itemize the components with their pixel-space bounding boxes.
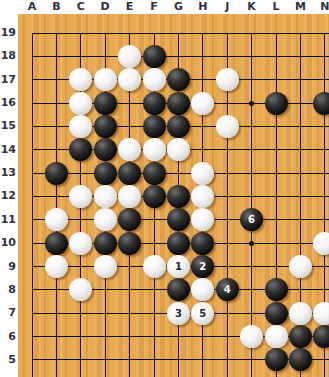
black-stone-H10[interactable] bbox=[191, 232, 214, 255]
black-stone-G10[interactable] bbox=[167, 232, 190, 255]
row-label-13: 13 bbox=[0, 166, 16, 180]
black-stone-E10[interactable] bbox=[118, 232, 141, 255]
white-stone-C16[interactable] bbox=[69, 92, 92, 115]
white-stone-F9[interactable] bbox=[143, 255, 166, 278]
col-label-D: D bbox=[93, 0, 117, 14]
black-stone-B13[interactable] bbox=[45, 162, 68, 185]
white-stone-J15[interactable] bbox=[216, 115, 239, 138]
grid-line-col-A bbox=[32, 33, 33, 377]
white-stone-B9[interactable] bbox=[45, 255, 68, 278]
white-stone-L6[interactable] bbox=[265, 325, 288, 348]
col-label-B: B bbox=[44, 0, 68, 14]
black-stone-J8[interactable]: 4 bbox=[216, 278, 239, 301]
white-stone-K6[interactable] bbox=[240, 325, 263, 348]
black-stone-M6[interactable] bbox=[289, 325, 312, 348]
black-stone-D13[interactable] bbox=[94, 162, 117, 185]
go-board[interactable]: ABCDEFGHJKLMN1918171615141312111098765 6… bbox=[0, 0, 329, 377]
white-stone-G7[interactable]: 3 bbox=[167, 302, 190, 325]
white-stone-G14[interactable] bbox=[167, 138, 190, 161]
black-stone-D14[interactable] bbox=[94, 138, 117, 161]
row-label-8: 8 bbox=[0, 283, 16, 297]
black-stone-G12[interactable] bbox=[167, 185, 190, 208]
row-label-14: 14 bbox=[0, 143, 16, 157]
row-label-9: 9 bbox=[0, 260, 16, 274]
black-stone-L5[interactable] bbox=[265, 348, 288, 371]
col-label-H: H bbox=[191, 0, 215, 14]
black-stone-F18[interactable] bbox=[143, 45, 166, 68]
black-stone-L7[interactable] bbox=[265, 302, 288, 325]
black-stone-G16[interactable] bbox=[167, 92, 190, 115]
white-stone-J17[interactable] bbox=[216, 68, 239, 91]
white-stone-D17[interactable] bbox=[94, 68, 117, 91]
grid-line-col-B bbox=[56, 33, 57, 377]
white-stone-D12[interactable] bbox=[94, 185, 117, 208]
black-stone-B10[interactable] bbox=[45, 232, 68, 255]
black-stone-E13[interactable] bbox=[118, 162, 141, 185]
black-stone-D10[interactable] bbox=[94, 232, 117, 255]
col-label-E: E bbox=[118, 0, 142, 14]
black-stone-N6[interactable] bbox=[313, 325, 329, 348]
row-label-5: 5 bbox=[0, 353, 16, 367]
row-label-6: 6 bbox=[0, 330, 16, 344]
white-stone-N10[interactable] bbox=[313, 232, 329, 255]
col-label-M: M bbox=[288, 0, 312, 14]
black-stone-F16[interactable] bbox=[143, 92, 166, 115]
black-stone-D16[interactable] bbox=[94, 92, 117, 115]
grid-line-row-18 bbox=[32, 56, 329, 57]
black-stone-F12[interactable] bbox=[143, 185, 166, 208]
col-label-N: N bbox=[313, 0, 329, 14]
white-stone-E18[interactable] bbox=[118, 45, 141, 68]
row-label-17: 17 bbox=[0, 73, 16, 87]
white-stone-E12[interactable] bbox=[118, 185, 141, 208]
black-stone-L8[interactable] bbox=[265, 278, 288, 301]
col-label-C: C bbox=[69, 0, 93, 14]
white-stone-C10[interactable] bbox=[69, 232, 92, 255]
col-label-G: G bbox=[166, 0, 190, 14]
white-stone-H16[interactable] bbox=[191, 92, 214, 115]
row-label-12: 12 bbox=[0, 189, 16, 203]
col-label-L: L bbox=[264, 0, 288, 14]
black-stone-G15[interactable] bbox=[167, 115, 190, 138]
col-label-F: F bbox=[142, 0, 166, 14]
col-label-J: J bbox=[215, 0, 239, 14]
col-label-K: K bbox=[240, 0, 264, 14]
black-stone-F15[interactable] bbox=[143, 115, 166, 138]
white-stone-H7[interactable]: 5 bbox=[191, 302, 214, 325]
white-stone-M9[interactable] bbox=[289, 255, 312, 278]
white-stone-F14[interactable] bbox=[143, 138, 166, 161]
row-label-19: 19 bbox=[0, 26, 16, 40]
star-point-K10 bbox=[249, 241, 254, 246]
row-label-10: 10 bbox=[0, 236, 16, 250]
row-label-18: 18 bbox=[0, 49, 16, 63]
row-label-11: 11 bbox=[0, 213, 16, 227]
white-stone-H13[interactable] bbox=[191, 162, 214, 185]
black-stone-F13[interactable] bbox=[143, 162, 166, 185]
row-label-7: 7 bbox=[0, 306, 16, 320]
col-label-A: A bbox=[20, 0, 44, 14]
grid-line-row-13 bbox=[32, 173, 329, 174]
white-stone-F17[interactable] bbox=[143, 68, 166, 91]
white-stone-M7[interactable] bbox=[289, 302, 312, 325]
row-label-15: 15 bbox=[0, 119, 16, 133]
star-point-K16 bbox=[249, 101, 254, 106]
white-stone-N7[interactable] bbox=[313, 302, 329, 325]
black-stone-N16[interactable] bbox=[313, 92, 329, 115]
black-stone-D15[interactable] bbox=[94, 115, 117, 138]
white-stone-G9[interactable]: 1 bbox=[167, 255, 190, 278]
grid-line-row-19 bbox=[32, 33, 329, 34]
black-stone-L16[interactable] bbox=[265, 92, 288, 115]
white-stone-D11[interactable] bbox=[94, 208, 117, 231]
white-stone-D9[interactable] bbox=[94, 255, 117, 278]
row-label-16: 16 bbox=[0, 96, 16, 110]
black-stone-G17[interactable] bbox=[167, 68, 190, 91]
